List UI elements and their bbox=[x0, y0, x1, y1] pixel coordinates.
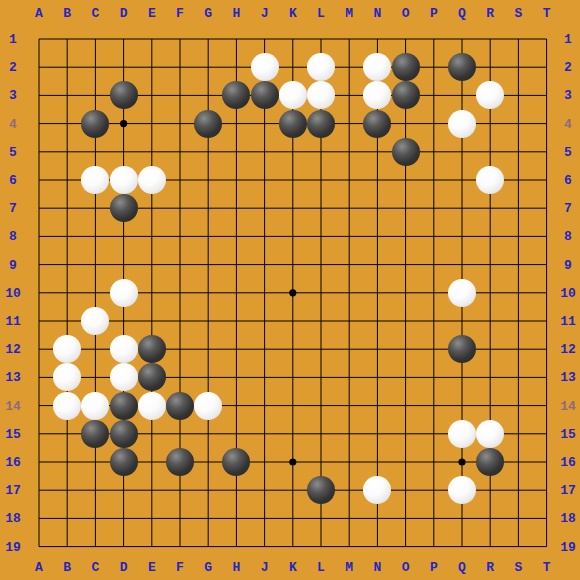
col-label-top: G bbox=[204, 6, 212, 19]
row-label-right: 6 bbox=[564, 174, 572, 187]
black-stone bbox=[476, 448, 504, 476]
col-label-bottom: J bbox=[261, 560, 269, 573]
col-label-bottom: O bbox=[402, 560, 410, 573]
white-stone bbox=[81, 392, 109, 420]
black-stone bbox=[110, 81, 138, 109]
row-label-right: 3 bbox=[564, 89, 572, 102]
black-stone bbox=[307, 110, 335, 138]
white-stone bbox=[448, 476, 476, 504]
row-label-right: 15 bbox=[560, 427, 576, 440]
white-stone bbox=[138, 166, 166, 194]
row-label-right: 13 bbox=[560, 371, 576, 384]
black-stone bbox=[222, 448, 250, 476]
col-label-bottom: K bbox=[289, 560, 297, 573]
row-label-right: 16 bbox=[560, 456, 576, 469]
row-label-right: 1 bbox=[564, 33, 572, 46]
white-stone bbox=[53, 335, 81, 363]
row-label-left: 6 bbox=[9, 174, 17, 187]
row-label-left: 13 bbox=[5, 371, 21, 384]
col-label-top: H bbox=[232, 6, 240, 19]
row-label-right: 7 bbox=[564, 202, 572, 215]
row-label-left: 4 bbox=[9, 117, 17, 130]
white-stone bbox=[363, 81, 391, 109]
col-label-top: E bbox=[148, 6, 156, 19]
row-label-right: 11 bbox=[560, 315, 576, 328]
col-label-top: P bbox=[430, 6, 438, 19]
white-stone bbox=[363, 53, 391, 81]
col-label-top: Q bbox=[458, 6, 466, 19]
col-label-top: C bbox=[91, 6, 99, 19]
black-stone bbox=[251, 81, 279, 109]
row-label-right: 17 bbox=[560, 484, 576, 497]
black-stone bbox=[448, 335, 476, 363]
row-label-right: 12 bbox=[560, 343, 576, 356]
col-label-bottom: C bbox=[91, 560, 99, 573]
black-stone bbox=[166, 448, 194, 476]
white-stone bbox=[110, 279, 138, 307]
col-label-bottom: B bbox=[63, 560, 71, 573]
row-label-right: 5 bbox=[564, 145, 572, 158]
row-label-left: 5 bbox=[9, 145, 17, 158]
black-stone bbox=[110, 392, 138, 420]
col-label-bottom: N bbox=[373, 560, 381, 573]
white-stone bbox=[476, 420, 504, 448]
row-label-left: 12 bbox=[5, 343, 21, 356]
col-label-top: R bbox=[486, 6, 494, 19]
black-stone bbox=[81, 110, 109, 138]
white-stone bbox=[81, 307, 109, 335]
white-stone bbox=[307, 81, 335, 109]
col-label-bottom: P bbox=[430, 560, 438, 573]
black-stone bbox=[392, 81, 420, 109]
row-label-right: 14 bbox=[560, 399, 576, 412]
white-stone bbox=[138, 392, 166, 420]
row-label-right: 4 bbox=[564, 117, 572, 130]
col-label-top: T bbox=[543, 6, 551, 19]
white-stone bbox=[307, 53, 335, 81]
row-label-right: 10 bbox=[560, 286, 576, 299]
black-stone bbox=[222, 81, 250, 109]
col-label-bottom: D bbox=[120, 560, 128, 573]
row-label-right: 19 bbox=[560, 540, 576, 553]
row-label-left: 16 bbox=[5, 456, 21, 469]
black-stone bbox=[166, 392, 194, 420]
white-stone bbox=[110, 363, 138, 391]
row-label-right: 8 bbox=[564, 230, 572, 243]
white-stone bbox=[476, 81, 504, 109]
col-label-bottom: A bbox=[35, 560, 43, 573]
white-stone bbox=[476, 166, 504, 194]
white-stone bbox=[53, 363, 81, 391]
white-stone bbox=[363, 476, 391, 504]
black-stone bbox=[392, 53, 420, 81]
col-label-top: F bbox=[176, 6, 184, 19]
col-label-top: O bbox=[402, 6, 410, 19]
col-label-top: J bbox=[261, 6, 269, 19]
col-label-bottom: L bbox=[317, 560, 325, 573]
row-label-left: 14 bbox=[5, 399, 21, 412]
col-label-top: D bbox=[120, 6, 128, 19]
white-stone bbox=[448, 279, 476, 307]
row-label-left: 2 bbox=[9, 61, 17, 74]
black-stone bbox=[138, 363, 166, 391]
row-label-left: 10 bbox=[5, 286, 21, 299]
row-label-right: 2 bbox=[564, 61, 572, 74]
row-label-right: 9 bbox=[564, 258, 572, 271]
go-board[interactable]: AABBCCDDEEFFGGHHJJKKLLMMNNOOPPQQRRSSTT11… bbox=[0, 0, 580, 580]
col-label-bottom: H bbox=[232, 560, 240, 573]
row-label-left: 8 bbox=[9, 230, 17, 243]
white-stone bbox=[279, 81, 307, 109]
col-label-bottom: T bbox=[543, 560, 551, 573]
row-label-left: 18 bbox=[5, 512, 21, 525]
row-label-left: 9 bbox=[9, 258, 17, 271]
black-stone bbox=[81, 420, 109, 448]
row-label-left: 17 bbox=[5, 484, 21, 497]
col-label-top: A bbox=[35, 6, 43, 19]
row-label-left: 11 bbox=[5, 315, 21, 328]
black-stone bbox=[110, 194, 138, 222]
black-stone bbox=[448, 53, 476, 81]
black-stone bbox=[279, 110, 307, 138]
row-label-left: 7 bbox=[9, 202, 17, 215]
col-label-top: N bbox=[373, 6, 381, 19]
white-stone bbox=[448, 110, 476, 138]
black-stone bbox=[194, 110, 222, 138]
white-stone bbox=[448, 420, 476, 448]
col-label-bottom: E bbox=[148, 560, 156, 573]
black-stone bbox=[110, 448, 138, 476]
col-label-bottom: Q bbox=[458, 560, 466, 573]
white-stone bbox=[251, 53, 279, 81]
col-label-bottom: S bbox=[514, 560, 522, 573]
white-stone bbox=[194, 392, 222, 420]
black-stone bbox=[392, 138, 420, 166]
black-stone bbox=[110, 420, 138, 448]
row-label-left: 3 bbox=[9, 89, 17, 102]
col-label-top: M bbox=[345, 6, 353, 19]
col-label-top: L bbox=[317, 6, 325, 19]
col-label-top: S bbox=[514, 6, 522, 19]
white-stone bbox=[110, 335, 138, 363]
row-label-left: 19 bbox=[5, 540, 21, 553]
row-label-left: 15 bbox=[5, 427, 21, 440]
black-stone bbox=[363, 110, 391, 138]
col-label-bottom: G bbox=[204, 560, 212, 573]
white-stone bbox=[110, 166, 138, 194]
black-stone bbox=[307, 476, 335, 504]
white-stone bbox=[81, 166, 109, 194]
black-stone bbox=[138, 335, 166, 363]
col-label-bottom: M bbox=[345, 560, 353, 573]
row-label-right: 18 bbox=[560, 512, 576, 525]
white-stone bbox=[53, 392, 81, 420]
col-label-top: K bbox=[289, 6, 297, 19]
col-label-bottom: F bbox=[176, 560, 184, 573]
row-label-left: 1 bbox=[9, 33, 17, 46]
col-label-bottom: R bbox=[486, 560, 494, 573]
col-label-top: B bbox=[63, 6, 71, 19]
